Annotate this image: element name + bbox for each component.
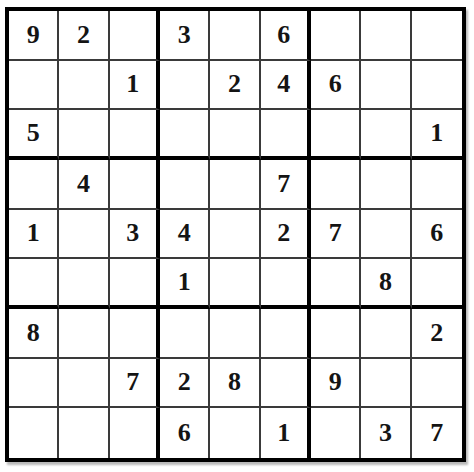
cell-r8c6[interactable] xyxy=(261,359,311,409)
cell-r8c2[interactable] xyxy=(59,359,109,409)
cell-r9c5[interactable] xyxy=(210,408,260,458)
cell-r9c9[interactable]: 7 xyxy=(412,408,462,458)
cell-r1c4[interactable]: 3 xyxy=(160,11,210,61)
cell-r2c7[interactable]: 6 xyxy=(311,61,361,111)
cell-r8c3[interactable]: 7 xyxy=(110,359,160,409)
cell-r9c7[interactable] xyxy=(311,408,361,458)
cell-r1c1[interactable]: 9 xyxy=(9,11,59,61)
cell-r8c4[interactable]: 2 xyxy=(160,359,210,409)
cell-r7c9[interactable]: 2 xyxy=(412,309,462,359)
cell-r3c4[interactable] xyxy=(160,110,210,160)
cell-r5c6[interactable]: 2 xyxy=(261,210,311,260)
cell-r1c5[interactable] xyxy=(210,11,260,61)
cell-r9c8[interactable]: 3 xyxy=(361,408,411,458)
cell-r4c9[interactable] xyxy=(412,160,462,210)
cell-r7c1[interactable]: 8 xyxy=(9,309,59,359)
cell-r5c9[interactable]: 6 xyxy=(412,210,462,260)
cell-r7c2[interactable] xyxy=(59,309,109,359)
cell-r2c4[interactable] xyxy=(160,61,210,111)
cell-r9c4[interactable]: 6 xyxy=(160,408,210,458)
cell-r4c1[interactable] xyxy=(9,160,59,210)
cell-r3c7[interactable] xyxy=(311,110,361,160)
cell-r4c7[interactable] xyxy=(311,160,361,210)
cell-r8c8[interactable] xyxy=(361,359,411,409)
cell-r9c6[interactable]: 1 xyxy=(261,408,311,458)
cell-r5c3[interactable]: 3 xyxy=(110,210,160,260)
cell-r8c9[interactable] xyxy=(412,359,462,409)
cell-r7c6[interactable] xyxy=(261,309,311,359)
cell-r5c4[interactable]: 4 xyxy=(160,210,210,260)
cell-r8c1[interactable] xyxy=(9,359,59,409)
cell-r3c9[interactable]: 1 xyxy=(412,110,462,160)
cell-r7c3[interactable] xyxy=(110,309,160,359)
cell-r3c1[interactable]: 5 xyxy=(9,110,59,160)
cell-r6c2[interactable] xyxy=(59,259,109,309)
cell-r4c8[interactable] xyxy=(361,160,411,210)
cell-r1c8[interactable] xyxy=(361,11,411,61)
cell-r7c7[interactable] xyxy=(311,309,361,359)
cell-r4c3[interactable] xyxy=(110,160,160,210)
cell-r2c5[interactable]: 2 xyxy=(210,61,260,111)
cell-r6c4[interactable]: 1 xyxy=(160,259,210,309)
cell-r6c3[interactable] xyxy=(110,259,160,309)
cell-r2c8[interactable] xyxy=(361,61,411,111)
sudoku-page: 923612465147134276188272896137 xyxy=(0,0,474,472)
cell-r5c5[interactable] xyxy=(210,210,260,260)
cell-r3c6[interactable] xyxy=(261,110,311,160)
cell-r1c6[interactable]: 6 xyxy=(261,11,311,61)
cell-r4c6[interactable]: 7 xyxy=(261,160,311,210)
cell-r4c5[interactable] xyxy=(210,160,260,210)
cell-r9c1[interactable] xyxy=(9,408,59,458)
cell-r6c1[interactable] xyxy=(9,259,59,309)
cell-r2c3[interactable]: 1 xyxy=(110,61,160,111)
cell-r6c7[interactable] xyxy=(311,259,361,309)
cell-r9c3[interactable] xyxy=(110,408,160,458)
cell-r8c5[interactable]: 8 xyxy=(210,359,260,409)
cell-r2c6[interactable]: 4 xyxy=(261,61,311,111)
cell-r8c7[interactable]: 9 xyxy=(311,359,361,409)
cell-r5c8[interactable] xyxy=(361,210,411,260)
cell-r9c2[interactable] xyxy=(59,408,109,458)
cell-r1c9[interactable] xyxy=(412,11,462,61)
cell-r2c2[interactable] xyxy=(59,61,109,111)
cell-r1c3[interactable] xyxy=(110,11,160,61)
cell-r5c7[interactable]: 7 xyxy=(311,210,361,260)
cell-r6c5[interactable] xyxy=(210,259,260,309)
cell-r5c1[interactable]: 1 xyxy=(9,210,59,260)
cell-r6c8[interactable]: 8 xyxy=(361,259,411,309)
cell-r7c8[interactable] xyxy=(361,309,411,359)
cell-r3c8[interactable] xyxy=(361,110,411,160)
cell-r3c5[interactable] xyxy=(210,110,260,160)
cell-r1c7[interactable] xyxy=(311,11,361,61)
cell-r7c5[interactable] xyxy=(210,309,260,359)
cell-r2c1[interactable] xyxy=(9,61,59,111)
cell-r5c2[interactable] xyxy=(59,210,109,260)
cell-r4c4[interactable] xyxy=(160,160,210,210)
cell-r6c9[interactable] xyxy=(412,259,462,309)
sudoku-board: 923612465147134276188272896137 xyxy=(5,7,466,462)
cell-r6c6[interactable] xyxy=(261,259,311,309)
cell-r1c2[interactable]: 2 xyxy=(59,11,109,61)
cell-r4c2[interactable]: 4 xyxy=(59,160,109,210)
cell-r3c3[interactable] xyxy=(110,110,160,160)
cell-r2c9[interactable] xyxy=(412,61,462,111)
cell-r3c2[interactable] xyxy=(59,110,109,160)
cell-r7c4[interactable] xyxy=(160,309,210,359)
